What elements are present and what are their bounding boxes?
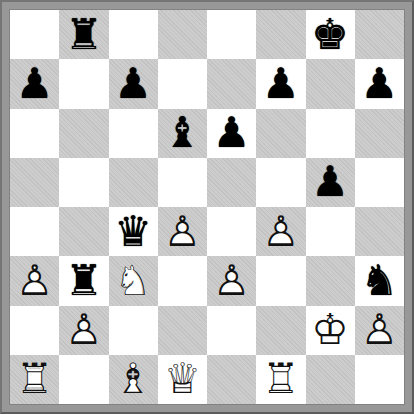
square-h4[interactable] xyxy=(355,207,404,256)
piece-glyph-outline: ♙ xyxy=(355,306,404,355)
square-e8[interactable] xyxy=(207,10,256,59)
square-h1[interactable] xyxy=(355,355,404,404)
square-a7[interactable]: ♟ xyxy=(10,59,59,108)
square-a2[interactable] xyxy=(10,306,59,355)
piece-black-pawn[interactable]: ♟ xyxy=(10,59,59,108)
square-b8[interactable]: ♜ xyxy=(59,10,108,59)
square-d3[interactable] xyxy=(158,256,207,305)
piece-glyph-fill: ♟ xyxy=(109,59,158,108)
piece-glyph-fill: ♛ xyxy=(109,207,158,256)
square-d7[interactable] xyxy=(158,59,207,108)
square-g8[interactable]: ♚ xyxy=(306,10,355,59)
square-c1[interactable]: ♝♗ xyxy=(109,355,158,404)
piece-glyph-fill: ♟ xyxy=(10,59,59,108)
square-b4[interactable] xyxy=(59,207,108,256)
piece-glyph-fill: ♟ xyxy=(207,109,256,158)
piece-white-king[interactable]: ♚♔ xyxy=(306,306,355,355)
square-d5[interactable] xyxy=(158,158,207,207)
piece-black-queen[interactable]: ♛ xyxy=(109,207,158,256)
piece-white-pawn[interactable]: ♟♙ xyxy=(256,207,305,256)
square-c4[interactable]: ♛ xyxy=(109,207,158,256)
square-c5[interactable] xyxy=(109,158,158,207)
chess-board: ♜♚♟♟♟♟♝♟♟♛♟♙♟♙♟♙♜♞♘♟♙♞♟♙♚♔♟♙♜♖♝♗♛♕♜♖ xyxy=(10,10,404,404)
square-g1[interactable] xyxy=(306,355,355,404)
piece-white-rook[interactable]: ♜♖ xyxy=(256,355,305,404)
square-a4[interactable] xyxy=(10,207,59,256)
piece-white-pawn[interactable]: ♟♙ xyxy=(355,306,404,355)
piece-black-pawn[interactable]: ♟ xyxy=(306,158,355,207)
square-g3[interactable] xyxy=(306,256,355,305)
square-e4[interactable] xyxy=(207,207,256,256)
square-a8[interactable] xyxy=(10,10,59,59)
square-e3[interactable]: ♟♙ xyxy=(207,256,256,305)
piece-black-bishop[interactable]: ♝ xyxy=(158,109,207,158)
square-h2[interactable]: ♟♙ xyxy=(355,306,404,355)
piece-black-pawn[interactable]: ♟ xyxy=(256,59,305,108)
piece-glyph-outline: ♙ xyxy=(158,207,207,256)
square-c3[interactable]: ♞♘ xyxy=(109,256,158,305)
piece-black-pawn[interactable]: ♟ xyxy=(109,59,158,108)
square-d1[interactable]: ♛♕ xyxy=(158,355,207,404)
piece-glyph-outline: ♙ xyxy=(207,256,256,305)
square-e6[interactable]: ♟ xyxy=(207,109,256,158)
piece-glyph-fill: ♟ xyxy=(355,59,404,108)
piece-glyph-fill: ♟ xyxy=(256,59,305,108)
piece-glyph-outline: ♗ xyxy=(109,355,158,404)
piece-black-rook[interactable]: ♜ xyxy=(59,10,108,59)
square-f8[interactable] xyxy=(256,10,305,59)
square-f1[interactable]: ♜♖ xyxy=(256,355,305,404)
piece-glyph-outline: ♙ xyxy=(256,207,305,256)
square-h6[interactable] xyxy=(355,109,404,158)
square-e1[interactable] xyxy=(207,355,256,404)
square-b1[interactable] xyxy=(59,355,108,404)
piece-glyph-fill: ♚ xyxy=(306,10,355,59)
piece-glyph-fill: ♜ xyxy=(59,10,108,59)
square-g6[interactable] xyxy=(306,109,355,158)
piece-black-rook[interactable]: ♜ xyxy=(59,256,108,305)
square-h8[interactable] xyxy=(355,10,404,59)
square-f6[interactable] xyxy=(256,109,305,158)
board-frame: ♜♚♟♟♟♟♝♟♟♛♟♙♟♙♟♙♜♞♘♟♙♞♟♙♚♔♟♙♜♖♝♗♛♕♜♖ xyxy=(0,0,414,414)
piece-glyph-fill: ♜ xyxy=(59,256,108,305)
square-b7[interactable] xyxy=(59,59,108,108)
piece-glyph-outline: ♔ xyxy=(306,306,355,355)
square-d2[interactable] xyxy=(158,306,207,355)
square-b6[interactable] xyxy=(59,109,108,158)
square-d6[interactable]: ♝ xyxy=(158,109,207,158)
square-d4[interactable]: ♟♙ xyxy=(158,207,207,256)
piece-white-bishop[interactable]: ♝♗ xyxy=(109,355,158,404)
piece-white-pawn[interactable]: ♟♙ xyxy=(59,306,108,355)
piece-white-pawn[interactable]: ♟♙ xyxy=(207,256,256,305)
piece-white-knight[interactable]: ♞♘ xyxy=(109,256,158,305)
piece-glyph-fill: ♞ xyxy=(355,256,404,305)
square-g5[interactable]: ♟ xyxy=(306,158,355,207)
piece-glyph-outline: ♕ xyxy=(158,355,207,404)
square-b3[interactable]: ♜ xyxy=(59,256,108,305)
piece-glyph-outline: ♖ xyxy=(256,355,305,404)
square-g4[interactable] xyxy=(306,207,355,256)
square-b5[interactable] xyxy=(59,158,108,207)
square-g2[interactable]: ♚♔ xyxy=(306,306,355,355)
square-e5[interactable] xyxy=(207,158,256,207)
square-a1[interactable]: ♜♖ xyxy=(10,355,59,404)
piece-white-pawn[interactable]: ♟♙ xyxy=(158,207,207,256)
piece-glyph-outline: ♘ xyxy=(109,256,158,305)
square-c8[interactable] xyxy=(109,10,158,59)
square-f4[interactable]: ♟♙ xyxy=(256,207,305,256)
square-h3[interactable]: ♞ xyxy=(355,256,404,305)
square-h7[interactable]: ♟ xyxy=(355,59,404,108)
square-c7[interactable]: ♟ xyxy=(109,59,158,108)
square-a6[interactable] xyxy=(10,109,59,158)
piece-glyph-outline: ♖ xyxy=(10,355,59,404)
piece-glyph-fill: ♝ xyxy=(158,109,207,158)
square-d8[interactable] xyxy=(158,10,207,59)
square-c2[interactable] xyxy=(109,306,158,355)
piece-black-king[interactable]: ♚ xyxy=(306,10,355,59)
piece-glyph-outline: ♙ xyxy=(59,306,108,355)
square-e7[interactable] xyxy=(207,59,256,108)
square-h5[interactable] xyxy=(355,158,404,207)
square-c6[interactable] xyxy=(109,109,158,158)
square-a3[interactable]: ♟♙ xyxy=(10,256,59,305)
piece-white-rook[interactable]: ♜♖ xyxy=(10,355,59,404)
piece-black-pawn[interactable]: ♟ xyxy=(207,109,256,158)
piece-white-pawn[interactable]: ♟♙ xyxy=(10,256,59,305)
square-f7[interactable]: ♟ xyxy=(256,59,305,108)
piece-black-knight[interactable]: ♞ xyxy=(355,256,404,305)
piece-glyph-outline: ♙ xyxy=(10,256,59,305)
square-f5[interactable] xyxy=(256,158,305,207)
piece-glyph-fill: ♟ xyxy=(306,158,355,207)
square-e2[interactable] xyxy=(207,306,256,355)
square-g7[interactable] xyxy=(306,59,355,108)
square-f2[interactable] xyxy=(256,306,305,355)
square-a5[interactable] xyxy=(10,158,59,207)
square-b2[interactable]: ♟♙ xyxy=(59,306,108,355)
piece-white-queen[interactable]: ♛♕ xyxy=(158,355,207,404)
square-f3[interactable] xyxy=(256,256,305,305)
piece-black-pawn[interactable]: ♟ xyxy=(355,59,404,108)
